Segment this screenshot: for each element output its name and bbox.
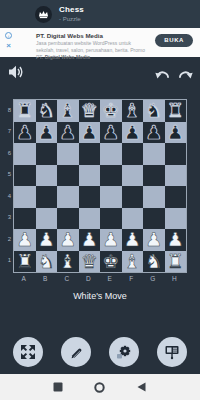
square-c6[interactable] (57, 143, 79, 165)
ad-body: Jasa pembuatan website WordPress untuk s… (36, 40, 148, 60)
square-f8[interactable]: ♝ (122, 100, 144, 122)
square-g5[interactable] (143, 165, 165, 187)
chess-crown-icon (38, 9, 49, 19)
file-labels: ABCDEFGH (13, 275, 185, 282)
triangle-icon[interactable] (137, 382, 146, 392)
square-e8[interactable]: ♚ (100, 100, 122, 122)
info-icon[interactable]: i (5, 32, 12, 39)
square-f1[interactable]: ♝ (122, 251, 144, 273)
demo-board-icon (164, 344, 180, 360)
file-label-g: G (142, 275, 164, 282)
square-a2[interactable]: ♟ (14, 229, 36, 251)
white-pawn: ♟ (79, 229, 101, 251)
square-f6[interactable] (122, 143, 144, 165)
square-g3[interactable] (143, 208, 165, 230)
rank-label-3: 3 (2, 207, 11, 229)
square-f5[interactable] (122, 165, 144, 187)
black-rook: ♜ (14, 100, 36, 122)
move-status: White's Move (0, 291, 200, 301)
speaker-icon[interactable] (8, 64, 24, 80)
square-g8[interactable]: ♞ (143, 100, 165, 122)
file-label-d: D (78, 275, 100, 282)
ad-banner[interactable]: i × PT. Digital Webs Media Jasa pembuata… (0, 28, 200, 57)
square-h5[interactable] (165, 165, 187, 187)
square-c8[interactable]: ♝ (57, 100, 79, 122)
square-a1[interactable]: ♜ (14, 251, 36, 273)
square-d2[interactable]: ♟ (79, 229, 101, 251)
white-bishop: ♝ (57, 251, 79, 273)
black-bishop: ♝ (57, 100, 79, 122)
white-king: ♚ (100, 251, 122, 273)
redo-arrow-icon[interactable] (178, 69, 193, 81)
square-b6[interactable] (36, 143, 58, 165)
rank-label-4: 4 (2, 185, 11, 207)
title-block: Chess - Puzzle (59, 6, 84, 22)
square-e3[interactable] (100, 208, 122, 230)
app-logo (35, 6, 52, 23)
square-a3[interactable] (14, 208, 36, 230)
square-c1[interactable]: ♝ (57, 251, 79, 273)
square-f7[interactable]: ♟ (122, 122, 144, 144)
square-h7[interactable]: ♟ (165, 122, 187, 144)
app-header: Chess - Puzzle (0, 0, 200, 28)
rank-label-5: 5 (2, 164, 11, 186)
square-d7[interactable]: ♟ (79, 122, 101, 144)
black-queen: ♛ (79, 100, 101, 122)
square-d6[interactable] (79, 143, 101, 165)
square-f2[interactable]: ♟ (122, 229, 144, 251)
white-pawn: ♟ (57, 229, 79, 251)
square-g6[interactable] (143, 143, 165, 165)
square-icon[interactable] (53, 382, 63, 392)
black-knight: ♞ (143, 100, 165, 122)
square-a4[interactable] (14, 186, 36, 208)
square-d5[interactable] (79, 165, 101, 187)
square-h6[interactable] (165, 143, 187, 165)
square-d3[interactable] (79, 208, 101, 230)
square-d1[interactable]: ♛ (79, 251, 101, 273)
edit-button[interactable] (61, 337, 91, 367)
analysis-board-button[interactable] (157, 337, 187, 367)
black-pawn: ♟ (14, 122, 36, 144)
file-label-e: E (99, 275, 121, 282)
app-subtitle: - Puzzle (59, 16, 84, 22)
square-d4[interactable] (79, 186, 101, 208)
white-queen: ♛ (79, 251, 101, 273)
square-g7[interactable]: ♟ (143, 122, 165, 144)
rank-label-2: 2 (2, 228, 11, 250)
black-rook: ♜ (165, 100, 187, 122)
square-c2[interactable]: ♟ (57, 229, 79, 251)
square-a6[interactable] (14, 143, 36, 165)
black-pawn: ♟ (36, 122, 58, 144)
square-g2[interactable]: ♟ (143, 229, 165, 251)
pencil-icon (69, 345, 84, 360)
rank-label-1: 1 (2, 250, 11, 272)
square-h2[interactable]: ♟ (165, 229, 187, 251)
square-h8[interactable]: ♜ (165, 100, 187, 122)
white-pawn: ♟ (36, 229, 58, 251)
square-e2[interactable]: ♟ (100, 229, 122, 251)
square-h1[interactable]: ♜ (165, 251, 187, 273)
white-pawn: ♟ (122, 229, 144, 251)
black-pawn: ♟ (122, 122, 144, 144)
square-c3[interactable] (57, 208, 79, 230)
square-a7[interactable]: ♟ (14, 122, 36, 144)
bottom-action-bar (0, 337, 200, 367)
gear-icon (116, 344, 132, 360)
black-bishop: ♝ (122, 100, 144, 122)
square-b8[interactable]: ♞ (36, 100, 58, 122)
square-e5[interactable] (100, 165, 122, 187)
square-b3[interactable] (36, 208, 58, 230)
square-b2[interactable]: ♟ (36, 229, 58, 251)
file-label-c: C (56, 275, 78, 282)
black-king: ♚ (100, 100, 122, 122)
circle-icon[interactable] (94, 382, 105, 393)
square-d8[interactable]: ♛ (79, 100, 101, 122)
white-pawn: ♟ (143, 229, 165, 251)
ad-badges: i × (4, 32, 13, 50)
black-pawn: ♟ (165, 122, 187, 144)
square-c4[interactable] (57, 186, 79, 208)
settings-button[interactable] (109, 337, 139, 367)
black-knight: ♞ (36, 100, 58, 122)
square-c7[interactable]: ♟ (57, 122, 79, 144)
black-pawn: ♟ (57, 122, 79, 144)
white-pawn: ♟ (14, 229, 36, 251)
white-bishop: ♝ (122, 251, 144, 273)
close-icon[interactable]: × (6, 42, 11, 50)
white-rook: ♜ (14, 251, 36, 273)
ad-open-button[interactable]: BUKA (155, 34, 193, 47)
chess-board[interactable]: ♜♞♝♛♚♝♞♜♟♟♟♟♟♟♟♟♟♟♟♟♟♟♟♟♜♞♝♛♚♝♞♜ (13, 99, 187, 273)
android-nav-bar (0, 374, 200, 400)
restart-button[interactable] (13, 337, 43, 367)
chess-app-screen: Chess - Puzzle i × PT. Digital Webs Medi… (0, 0, 200, 400)
file-label-a: A (13, 275, 35, 282)
file-label-b: B (35, 275, 57, 282)
undo-arrow-icon[interactable] (155, 69, 170, 81)
square-g1[interactable]: ♞ (143, 251, 165, 273)
square-c5[interactable] (57, 165, 79, 187)
rank-labels: 87654321 (2, 99, 11, 271)
file-label-f: F (121, 275, 143, 282)
square-f3[interactable] (122, 208, 144, 230)
rank-label-7: 7 (2, 121, 11, 143)
square-h3[interactable] (165, 208, 187, 230)
square-e1[interactable]: ♚ (100, 251, 122, 273)
white-pawn: ♟ (100, 229, 122, 251)
app-title: Chess (59, 6, 84, 14)
square-e7[interactable]: ♟ (100, 122, 122, 144)
ad-title[interactable]: PT. Digital Webs Media (36, 32, 103, 39)
square-f4[interactable] (122, 186, 144, 208)
square-a5[interactable] (14, 165, 36, 187)
black-pawn: ♟ (100, 122, 122, 144)
white-knight: ♞ (143, 251, 165, 273)
square-b1[interactable]: ♞ (36, 251, 58, 273)
square-e6[interactable] (100, 143, 122, 165)
square-a8[interactable]: ♜ (14, 100, 36, 122)
square-e4[interactable] (100, 186, 122, 208)
black-pawn: ♟ (143, 122, 165, 144)
black-pawn: ♟ (79, 122, 101, 144)
rank-label-8: 8 (2, 99, 11, 121)
square-g4[interactable] (143, 186, 165, 208)
square-b7[interactable]: ♟ (36, 122, 58, 144)
square-b5[interactable] (36, 165, 58, 187)
ad-body-bold: Digital Webs Media (45, 54, 90, 60)
four-arrows-icon (20, 344, 36, 360)
white-rook: ♜ (165, 251, 187, 273)
white-knight: ♞ (36, 251, 58, 273)
file-label-h: H (164, 275, 186, 282)
square-h4[interactable] (165, 186, 187, 208)
white-pawn: ♟ (165, 229, 187, 251)
square-b4[interactable] (36, 186, 58, 208)
rank-label-6: 6 (2, 142, 11, 164)
